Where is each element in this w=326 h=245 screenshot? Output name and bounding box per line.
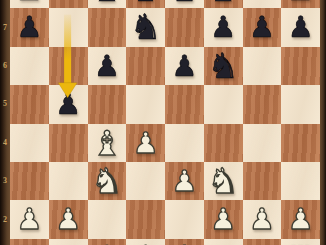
square-c8[interactable]: ♝ [88,0,127,8]
square-b2[interactable]: ♟ [49,200,88,238]
white-rook-a1-icon: ♜ [15,239,44,245]
white-pawn-d4-icon: ♟ [133,124,159,162]
square-h1[interactable]: ♜ [281,239,320,245]
square-c7[interactable] [88,8,127,46]
square-b4[interactable] [49,124,88,162]
white-rook-h1-icon: ♜ [286,239,315,245]
white-pawn-a2-icon: ♟ [16,200,42,238]
chess-board: ♜♝♛♚♝♜♟♞♟♟♟♟♟♞♟♝♟♞♟♞♟♟♟♟♟♜♝♛♚♜ [10,0,320,245]
square-a8[interactable]: ♜ [10,0,49,8]
chess-board-diagram: ♜♝♛♚♝♜♟♞♟♟♟♟♟♞♟♝♟♞♟♞♟♟♟♟♟♜♝♛♚♜ 765432 [0,0,326,245]
square-e8[interactable]: ♚ [165,0,204,8]
square-g1[interactable] [243,239,282,245]
square-g6[interactable] [243,47,282,85]
square-a4[interactable] [10,124,49,162]
square-b1[interactable] [49,239,88,245]
square-d1[interactable]: ♛ [126,239,165,245]
rank-label-2: 2 [0,215,10,225]
black-pawn-a7-icon: ♟ [16,8,42,46]
square-g8[interactable] [243,0,282,8]
square-d4[interactable]: ♟ [126,124,165,162]
square-f5[interactable] [204,85,243,123]
black-pawn-b5-icon: ♟ [55,85,81,123]
square-d2[interactable] [126,200,165,238]
black-pawn-f7-icon: ♟ [210,8,236,46]
white-king-e1-icon: ♚ [169,239,199,245]
square-e6[interactable]: ♟ [165,47,204,85]
square-f3[interactable]: ♞ [204,162,243,200]
black-king-e8-icon: ♚ [169,0,199,8]
square-d6[interactable] [126,47,165,85]
white-queen-d1-icon: ♛ [130,239,160,245]
rank-label-5: 5 [0,99,10,109]
square-a6[interactable] [10,47,49,85]
square-d5[interactable] [126,85,165,123]
black-knight-d7-icon: ♞ [130,8,161,46]
square-b3[interactable] [49,162,88,200]
square-a7[interactable]: ♟ [10,8,49,46]
square-f2[interactable]: ♟ [204,200,243,238]
square-e1[interactable]: ♚ [165,239,204,245]
square-f4[interactable] [204,124,243,162]
square-f1[interactable] [204,239,243,245]
square-f7[interactable]: ♟ [204,8,243,46]
square-a3[interactable] [10,162,49,200]
white-pawn-f2-icon: ♟ [210,200,236,238]
square-b5[interactable]: ♟ [49,85,88,123]
black-knight-f6-icon: ♞ [207,47,238,85]
square-a5[interactable] [10,85,49,123]
square-b7[interactable] [49,8,88,46]
square-h7[interactable]: ♟ [281,8,320,46]
square-e4[interactable] [165,124,204,162]
square-d7[interactable]: ♞ [126,8,165,46]
square-h8[interactable]: ♜ [281,0,320,8]
square-c6[interactable]: ♟ [88,47,127,85]
square-b6[interactable] [49,47,88,85]
square-a2[interactable]: ♟ [10,200,49,238]
board-frame-right [320,0,326,245]
rank-label-6: 6 [0,61,10,71]
white-knight-f3-icon: ♞ [207,162,238,200]
square-g3[interactable] [243,162,282,200]
black-pawn-g7-icon: ♟ [249,8,275,46]
white-pawn-g2-icon: ♟ [249,200,275,238]
white-pawn-h2-icon: ♟ [288,200,314,238]
white-pawn-b2-icon: ♟ [55,200,81,238]
rank-label-7: 7 [0,23,10,33]
square-h2[interactable]: ♟ [281,200,320,238]
square-e2[interactable] [165,200,204,238]
black-rook-h8-icon: ♜ [286,0,315,8]
black-bishop-f8-icon: ♝ [208,0,238,8]
square-d3[interactable] [126,162,165,200]
square-e5[interactable] [165,85,204,123]
black-pawn-e6-icon: ♟ [171,47,197,85]
square-h4[interactable] [281,124,320,162]
black-bishop-c8-icon: ♝ [92,0,122,8]
square-g7[interactable]: ♟ [243,8,282,46]
square-c3[interactable]: ♞ [88,162,127,200]
square-g2[interactable]: ♟ [243,200,282,238]
square-a1[interactable]: ♜ [10,239,49,245]
black-pawn-h7-icon: ♟ [288,8,314,46]
square-h6[interactable] [281,47,320,85]
black-rook-a8-icon: ♜ [15,0,44,8]
square-g4[interactable] [243,124,282,162]
square-e7[interactable] [165,8,204,46]
rank-label-4: 4 [0,138,10,148]
black-pawn-c6-icon: ♟ [94,47,120,85]
square-h5[interactable] [281,85,320,123]
square-b8[interactable] [49,0,88,8]
white-bishop-c1-icon: ♝ [92,239,122,245]
square-c5[interactable] [88,85,127,123]
square-g5[interactable] [243,85,282,123]
white-knight-c3-icon: ♞ [91,162,122,200]
square-f6[interactable]: ♞ [204,47,243,85]
white-bishop-c4-icon: ♝ [92,124,122,162]
square-h3[interactable] [281,162,320,200]
board-frame-left [0,0,10,245]
square-e3[interactable]: ♟ [165,162,204,200]
white-pawn-e3-icon: ♟ [171,162,197,200]
square-c2[interactable] [88,200,127,238]
square-f8[interactable]: ♝ [204,0,243,8]
square-c4[interactable]: ♝ [88,124,127,162]
square-c1[interactable]: ♝ [88,239,127,245]
rank-label-3: 3 [0,176,10,186]
